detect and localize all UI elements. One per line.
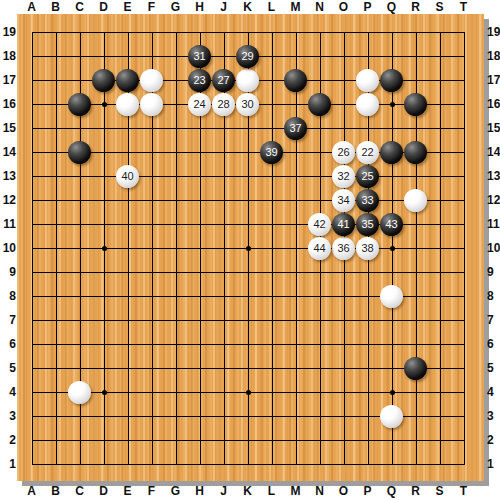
coord-label-bottom-J: J [214, 484, 234, 498]
black-stone-Q11-move-43[interactable]: 43 [380, 213, 403, 236]
coord-label-top-N: N [310, 0, 330, 14]
move-number: 41 [337, 213, 349, 236]
black-stone-M17[interactable] [284, 69, 307, 92]
black-stone-P11-move-35[interactable]: 35 [356, 213, 379, 236]
black-stone-M15-move-37[interactable]: 37 [284, 117, 307, 140]
coord-label-top-G: G [166, 0, 186, 14]
coord-label-right-6: 6 [487, 337, 500, 351]
coord-label-top-T: T [454, 0, 474, 14]
coord-label-left-9: 9 [0, 265, 16, 279]
move-number: 28 [217, 93, 229, 116]
black-stone-L14-move-39[interactable]: 39 [260, 141, 283, 164]
coord-label-bottom-O: O [334, 484, 354, 498]
coord-label-top-K: K [238, 0, 258, 14]
coord-label-left-14: 14 [0, 145, 16, 159]
black-stone-K18-move-29[interactable]: 29 [236, 45, 259, 68]
black-stone-Q17[interactable] [380, 69, 403, 92]
coord-label-top-M: M [286, 0, 306, 14]
coord-label-left-12: 12 [0, 193, 16, 207]
coord-label-top-R: R [406, 0, 426, 14]
white-stone-O14-move-26[interactable]: 26 [332, 141, 355, 164]
move-number: 39 [265, 141, 277, 164]
coord-label-bottom-G: G [166, 484, 186, 498]
move-number: 22 [361, 141, 373, 164]
coord-label-top-H: H [190, 0, 210, 14]
coord-label-bottom-F: F [142, 484, 162, 498]
coord-label-right-14: 14 [487, 145, 500, 159]
move-number: 42 [313, 213, 325, 236]
white-stone-Q3[interactable] [380, 405, 403, 428]
coord-label-right-12: 12 [487, 193, 500, 207]
coord-label-bottom-B: B [46, 484, 66, 498]
move-number: 24 [193, 93, 205, 116]
coord-label-bottom-C: C [70, 484, 90, 498]
coord-label-left-13: 13 [0, 169, 16, 183]
coord-label-bottom-A: A [22, 484, 42, 498]
move-number: 27 [217, 69, 229, 92]
white-stone-E16[interactable] [116, 93, 139, 116]
coord-label-left-3: 3 [0, 409, 16, 423]
coord-label-right-16: 16 [487, 97, 500, 111]
move-number: 31 [193, 45, 205, 68]
coord-label-bottom-K: K [238, 484, 258, 498]
black-stone-C14[interactable] [68, 141, 91, 164]
coord-label-bottom-L: L [262, 484, 282, 498]
coord-label-top-Q: Q [382, 0, 402, 14]
coord-label-bottom-E: E [118, 484, 138, 498]
coord-label-right-9: 9 [487, 265, 500, 279]
move-number: 23 [193, 69, 205, 92]
white-stone-P16[interactable] [356, 93, 379, 116]
white-stone-N10-move-44[interactable]: 44 [308, 237, 331, 260]
move-number: 33 [361, 189, 373, 212]
coord-label-right-19: 19 [487, 25, 500, 39]
white-stone-E13-move-40[interactable]: 40 [116, 165, 139, 188]
stones-layer: 2223242526272829303132333435363738394041… [20, 20, 476, 476]
move-number: 35 [361, 213, 373, 236]
move-number: 36 [337, 237, 349, 260]
coord-label-bottom-T: T [454, 484, 474, 498]
coord-label-bottom-P: P [358, 484, 378, 498]
coord-label-left-6: 6 [0, 337, 16, 351]
move-number: 26 [337, 141, 349, 164]
coord-label-left-7: 7 [0, 313, 16, 327]
move-number: 43 [385, 213, 397, 236]
coord-label-left-18: 18 [0, 49, 16, 63]
coord-label-left-17: 17 [0, 73, 16, 87]
coord-label-left-1: 1 [0, 457, 16, 471]
black-stone-H18-move-31[interactable]: 31 [188, 45, 211, 68]
white-stone-K17[interactable] [236, 69, 259, 92]
coord-label-right-5: 5 [487, 361, 500, 375]
coord-label-top-J: J [214, 0, 234, 14]
coord-label-right-17: 17 [487, 73, 500, 87]
move-number: 38 [361, 237, 373, 260]
black-stone-R16[interactable] [404, 93, 427, 116]
black-stone-C16[interactable] [68, 93, 91, 116]
coord-label-bottom-R: R [406, 484, 426, 498]
coord-label-right-8: 8 [487, 289, 500, 303]
white-stone-P14-move-22[interactable]: 22 [356, 141, 379, 164]
coord-label-right-7: 7 [487, 313, 500, 327]
coord-label-left-2: 2 [0, 433, 16, 447]
coord-label-top-S: S [430, 0, 450, 14]
move-number: 44 [313, 237, 325, 260]
coord-label-right-13: 13 [487, 169, 500, 183]
coord-label-right-10: 10 [487, 241, 500, 255]
coord-label-top-E: E [118, 0, 138, 14]
move-number: 37 [289, 117, 301, 140]
coord-label-top-P: P [358, 0, 378, 14]
white-stone-O10-move-36[interactable]: 36 [332, 237, 355, 260]
white-stone-P17[interactable] [356, 69, 379, 92]
white-stone-Q8[interactable] [380, 285, 403, 308]
coord-label-right-11: 11 [487, 217, 500, 231]
coord-label-top-F: F [142, 0, 162, 14]
black-stone-N16[interactable] [308, 93, 331, 116]
move-number: 29 [241, 45, 253, 68]
black-stone-O11-move-41[interactable]: 41 [332, 213, 355, 236]
coord-label-bottom-N: N [310, 484, 330, 498]
move-number: 34 [337, 189, 349, 212]
coord-label-bottom-M: M [286, 484, 306, 498]
coord-label-top-A: A [22, 0, 42, 14]
move-number: 25 [361, 165, 373, 188]
white-stone-P10-move-38[interactable]: 38 [356, 237, 379, 260]
coord-label-top-L: L [262, 0, 282, 14]
black-stone-H17-move-23[interactable]: 23 [188, 69, 211, 92]
coord-label-left-19: 19 [0, 25, 16, 39]
coord-label-top-B: B [46, 0, 66, 14]
coord-label-bottom-Q: Q [382, 484, 402, 498]
coord-label-right-18: 18 [487, 49, 500, 63]
white-stone-O13-move-32[interactable]: 32 [332, 165, 355, 188]
white-stone-K16-move-30[interactable]: 30 [236, 93, 259, 116]
move-number: 30 [241, 93, 253, 116]
move-number: 32 [337, 165, 349, 188]
black-stone-J17-move-27[interactable]: 27 [212, 69, 235, 92]
coord-label-top-D: D [94, 0, 114, 14]
coord-label-left-11: 11 [0, 217, 16, 231]
white-stone-C4[interactable] [68, 381, 91, 404]
black-stone-D17[interactable] [92, 69, 115, 92]
coord-label-left-15: 15 [0, 121, 16, 135]
black-stone-R5[interactable] [404, 357, 427, 380]
coord-label-left-8: 8 [0, 289, 16, 303]
black-stone-Q14[interactable] [380, 141, 403, 164]
coord-label-left-4: 4 [0, 385, 16, 399]
coord-label-left-5: 5 [0, 361, 16, 375]
white-stone-N11-move-42[interactable]: 42 [308, 213, 331, 236]
page: 2223242526272829303132333435363738394041… [0, 0, 500, 500]
white-stone-F16[interactable] [140, 93, 163, 116]
white-stone-R12[interactable] [404, 189, 427, 212]
coord-label-left-10: 10 [0, 241, 16, 255]
coord-label-bottom-H: H [190, 484, 210, 498]
white-stone-J16-move-28[interactable]: 28 [212, 93, 235, 116]
black-stone-R14[interactable] [404, 141, 427, 164]
black-stone-P13-move-25[interactable]: 25 [356, 165, 379, 188]
coord-label-bottom-S: S [430, 484, 450, 498]
black-stone-E17[interactable] [116, 69, 139, 92]
go-board[interactable]: 2223242526272829303132333435363738394041… [17, 14, 484, 481]
coord-label-top-C: C [70, 0, 90, 14]
move-number: 40 [121, 165, 133, 188]
white-stone-H16-move-24[interactable]: 24 [188, 93, 211, 116]
coord-label-right-3: 3 [487, 409, 500, 423]
black-stone-P12-move-33[interactable]: 33 [356, 189, 379, 212]
white-stone-O12-move-34[interactable]: 34 [332, 189, 355, 212]
coord-label-right-15: 15 [487, 121, 500, 135]
coord-label-left-16: 16 [0, 97, 16, 111]
coord-label-bottom-D: D [94, 484, 114, 498]
coord-label-right-1: 1 [487, 457, 500, 471]
coord-label-top-O: O [334, 0, 354, 14]
white-stone-F17[interactable] [140, 69, 163, 92]
coord-label-right-2: 2 [487, 433, 500, 447]
coord-label-right-4: 4 [487, 385, 500, 399]
